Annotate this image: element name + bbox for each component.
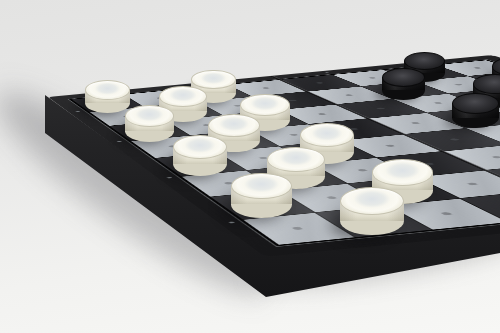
rivet-icon — [325, 72, 330, 73]
checker-piece-white-c0r6[interactable] — [231, 173, 292, 218]
checker-piece-black-c5r1[interactable] — [382, 68, 425, 100]
checker-piece-white-c0r4[interactable] — [173, 135, 228, 175]
checker-piece-black-c5r3[interactable] — [452, 93, 499, 128]
checker-piece-white-c0r2[interactable] — [125, 105, 175, 142]
photo-stage — [0, 0, 500, 333]
rivet-icon — [228, 221, 235, 223]
rivet-icon — [117, 141, 122, 142]
checker-piece-white-c0r0[interactable] — [85, 80, 131, 114]
rivet-icon — [75, 111, 80, 112]
checker-piece-white-c1r7[interactable] — [340, 187, 404, 234]
rivet-icon — [167, 177, 173, 179]
